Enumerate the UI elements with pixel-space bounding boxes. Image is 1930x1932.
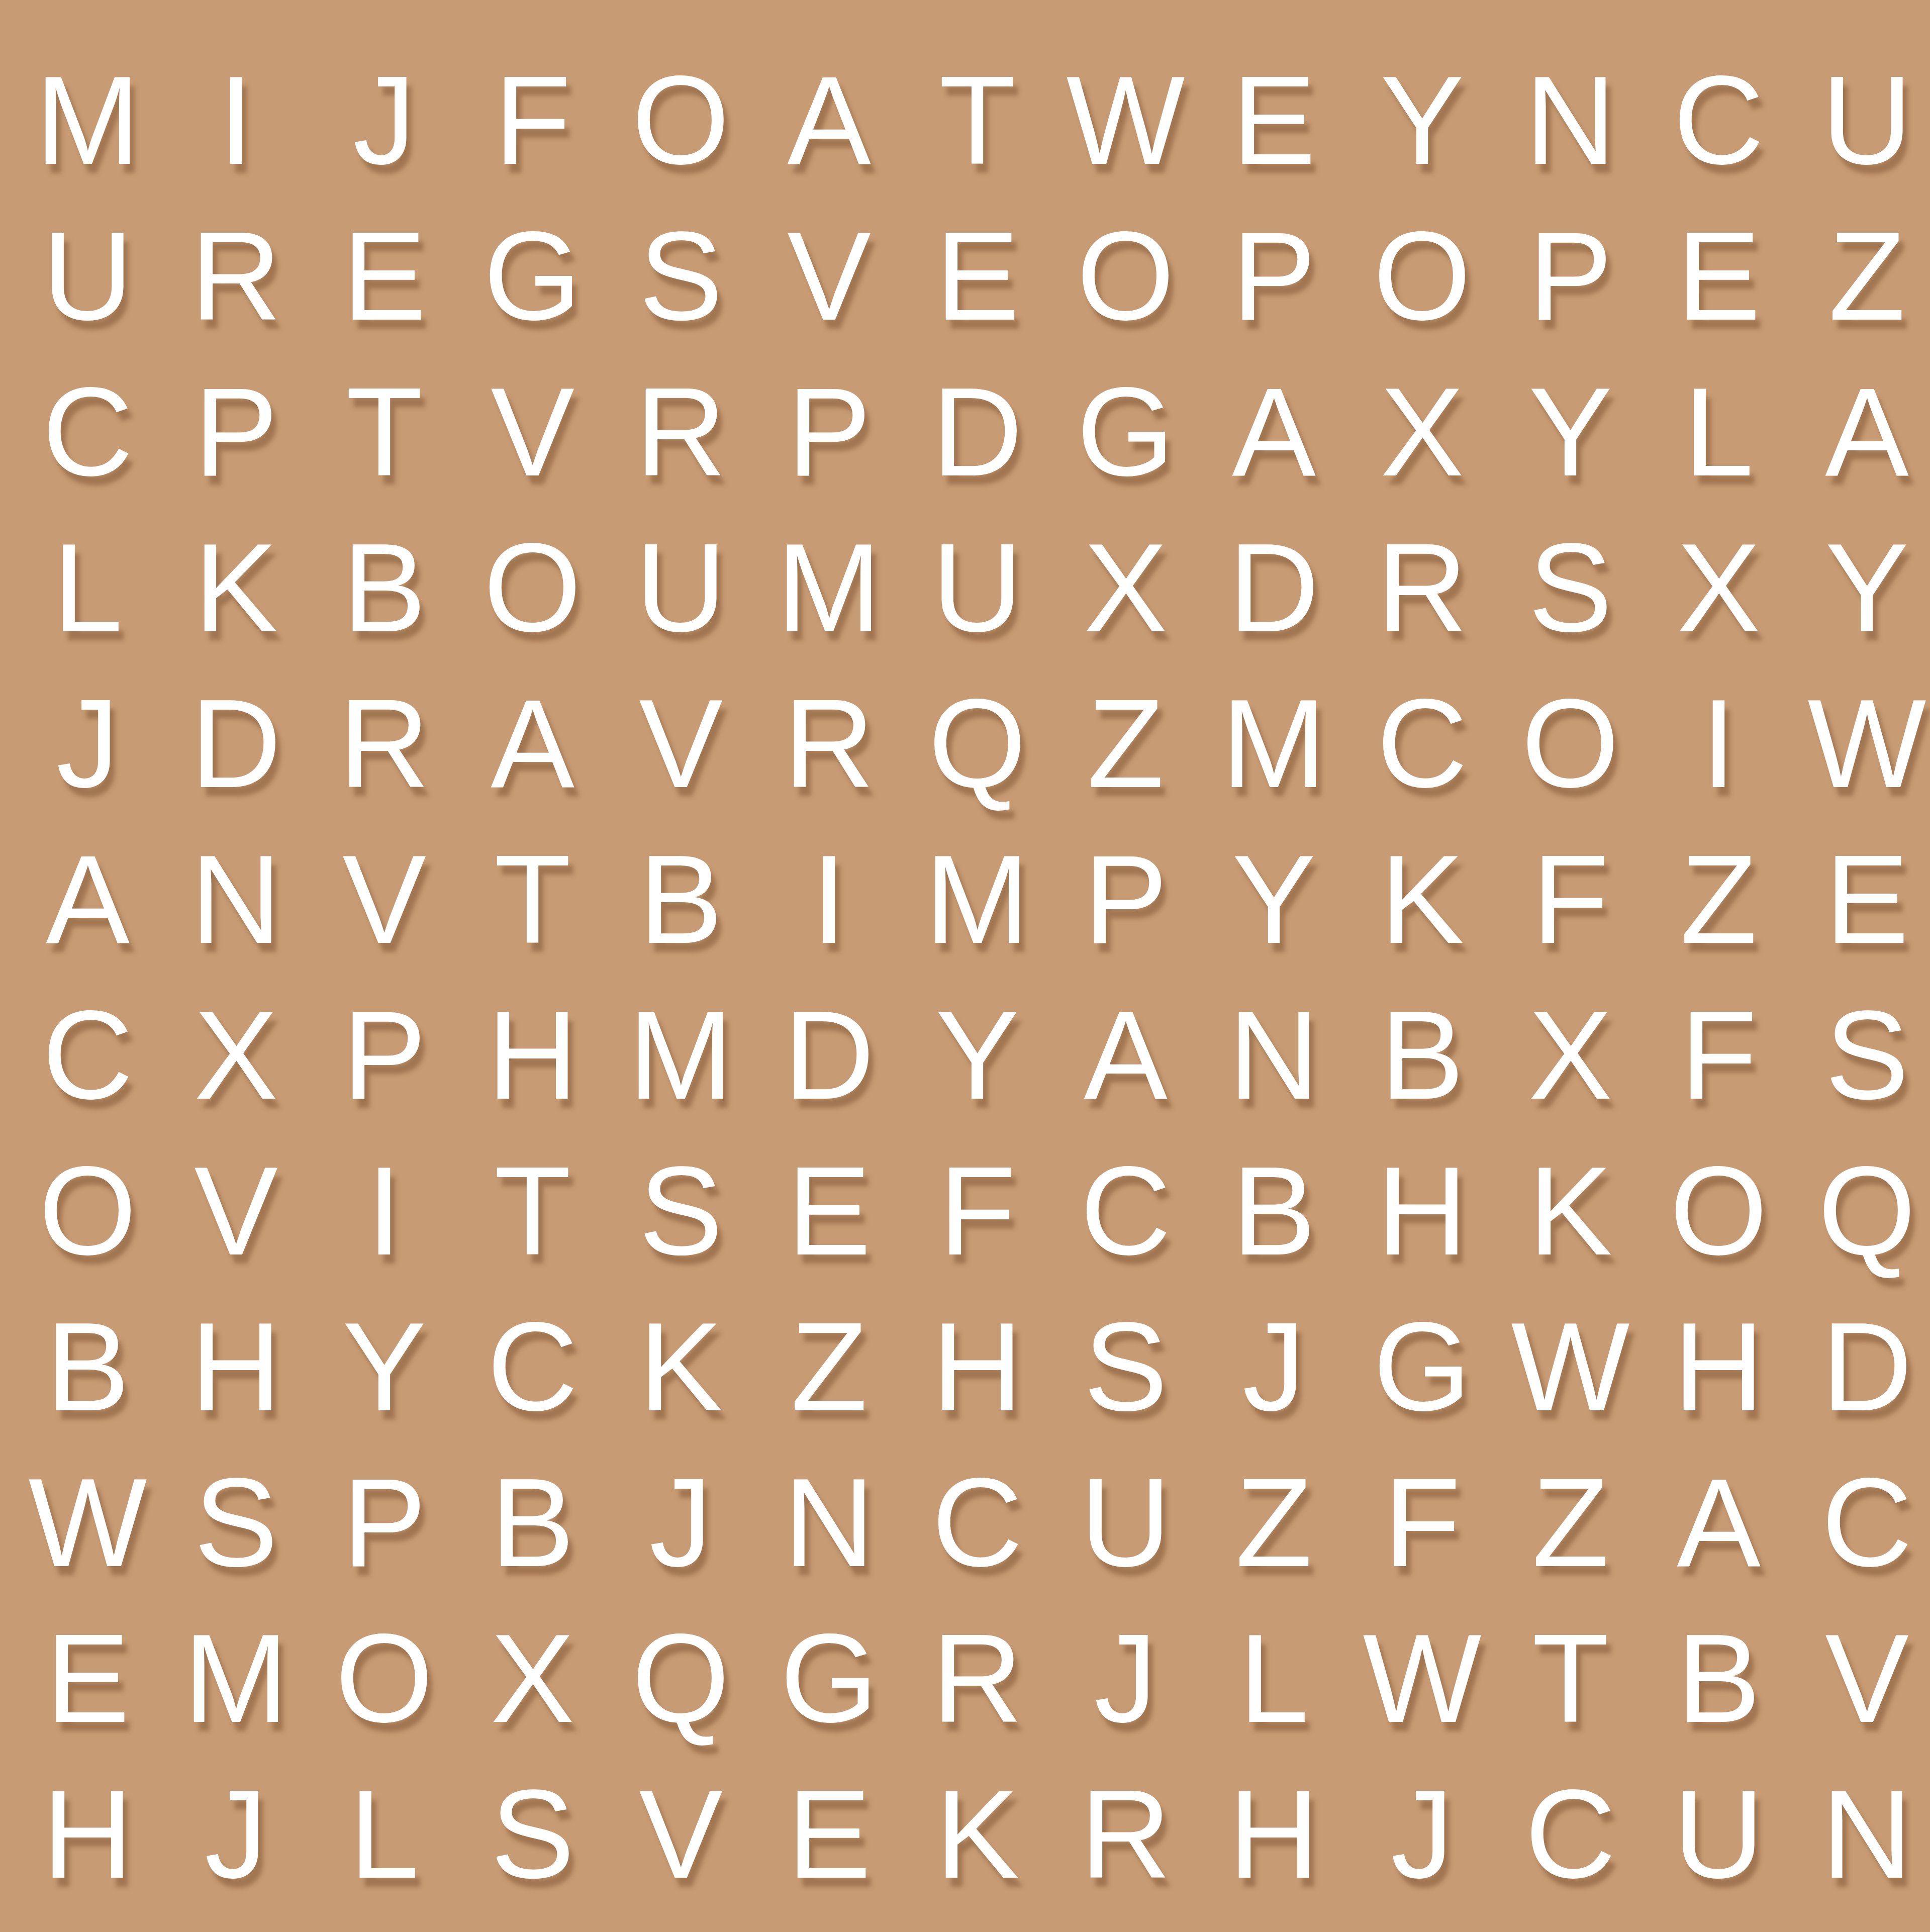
letter-cell-r1c4[interactable]: F — [458, 43, 607, 199]
letter-cell-r4c6[interactable]: M — [755, 510, 903, 666]
letter-cell-r10c4[interactable]: B — [458, 1445, 607, 1601]
letter-cell-r10c12[interactable]: A — [1645, 1445, 1793, 1601]
letter-cell-r7c9[interactable]: N — [1200, 978, 1348, 1133]
letter-cell-r7c13[interactable]: S — [1793, 978, 1930, 1133]
letter-cell-r12c9[interactable]: H — [1200, 1757, 1348, 1912]
letter-cell-r3c2[interactable]: P — [162, 354, 310, 510]
letter-cell-r3c4[interactable]: V — [458, 354, 607, 510]
letter-cell-r6c10[interactable]: K — [1348, 822, 1496, 978]
letter-cell-r5c5[interactable]: V — [607, 666, 755, 822]
letter-cell-r4c2[interactable]: K — [162, 510, 310, 666]
letter-cell-r6c5[interactable]: B — [607, 822, 755, 978]
letter-cell-r6c6[interactable]: I — [755, 822, 903, 978]
letter-cell-r2c9[interactable]: P — [1200, 199, 1348, 354]
letter-cell-r5c9[interactable]: M — [1200, 666, 1348, 822]
letter-cell-r7c12[interactable]: F — [1645, 978, 1793, 1133]
letter-cell-r7c10[interactable]: B — [1348, 978, 1496, 1133]
letter-cell-r4c13[interactable]: Y — [1793, 510, 1930, 666]
letter-cell-r5c8[interactable]: Z — [1051, 666, 1200, 822]
letter-cell-r9c7[interactable]: H — [903, 1289, 1051, 1445]
letter-cell-r7c4[interactable]: H — [458, 978, 607, 1133]
letter-cell-r10c1[interactable]: W — [14, 1445, 162, 1601]
letter-cell-r9c4[interactable]: C — [458, 1289, 607, 1445]
letter-cell-r12c3[interactable]: L — [310, 1757, 458, 1912]
letter-cell-r3c3[interactable]: T — [310, 354, 458, 510]
letter-cell-r11c13[interactable]: V — [1793, 1601, 1930, 1757]
letter-cell-r1c13[interactable]: U — [1793, 43, 1930, 199]
letter-cell-r4c10[interactable]: R — [1348, 510, 1496, 666]
letter-cell-r3c13[interactable]: A — [1793, 354, 1930, 510]
letter-cell-r10c8[interactable]: U — [1051, 1445, 1200, 1601]
letter-cell-r11c6[interactable]: G — [755, 1601, 903, 1757]
letter-cell-r12c13[interactable]: N — [1793, 1757, 1930, 1912]
letter-cell-r4c1[interactable]: L — [14, 510, 162, 666]
letter-cell-r1c7[interactable]: T — [903, 43, 1051, 199]
letter-cell-r6c1[interactable]: A — [14, 822, 162, 978]
letter-cell-r5c6[interactable]: R — [755, 666, 903, 822]
letter-cell-r3c7[interactable]: D — [903, 354, 1051, 510]
letter-cell-r8c13[interactable]: Q — [1793, 1133, 1930, 1289]
letter-cell-r10c10[interactable]: F — [1348, 1445, 1496, 1601]
letter-cell-r12c8[interactable]: R — [1051, 1757, 1200, 1912]
letter-cell-r6c9[interactable]: Y — [1200, 822, 1348, 978]
letter-cell-r1c10[interactable]: Y — [1348, 43, 1496, 199]
letter-cell-r1c9[interactable]: E — [1200, 43, 1348, 199]
letter-cell-r5c12[interactable]: I — [1645, 666, 1793, 822]
letter-cell-r5c2[interactable]: D — [162, 666, 310, 822]
letter-cell-r11c7[interactable]: R — [903, 1601, 1051, 1757]
letter-cell-r7c1[interactable]: C — [14, 978, 162, 1133]
letter-cell-r4c8[interactable]: X — [1051, 510, 1200, 666]
letter-cell-r9c11[interactable]: W — [1496, 1289, 1645, 1445]
letter-cell-r6c13[interactable]: E — [1793, 822, 1930, 978]
letter-cell-r5c4[interactable]: A — [458, 666, 607, 822]
letter-cell-r3c9[interactable]: A — [1200, 354, 1348, 510]
letter-cell-r1c5[interactable]: O — [607, 43, 755, 199]
letter-cell-r1c2[interactable]: I — [162, 43, 310, 199]
letter-cell-r9c6[interactable]: Z — [755, 1289, 903, 1445]
letter-cell-r9c13[interactable]: D — [1793, 1289, 1930, 1445]
letter-cell-r7c7[interactable]: Y — [903, 978, 1051, 1133]
letter-cell-r1c12[interactable]: C — [1645, 43, 1793, 199]
letter-cell-r5c13[interactable]: W — [1793, 666, 1930, 822]
letter-cell-r9c1[interactable]: B — [14, 1289, 162, 1445]
letter-cell-r12c5[interactable]: V — [607, 1757, 755, 1912]
letter-cell-r3c5[interactable]: R — [607, 354, 755, 510]
letter-cell-r3c6[interactable]: P — [755, 354, 903, 510]
letter-cell-r8c1[interactable]: O — [14, 1133, 162, 1289]
letter-cell-r2c2[interactable]: R — [162, 199, 310, 354]
letter-cell-r12c10[interactable]: J — [1348, 1757, 1496, 1912]
letter-cell-r6c12[interactable]: Z — [1645, 822, 1793, 978]
word-search-board: MIJFOATWEYNCUUREGSVEOPOPEZCPTVRPDGAXYLAL… — [0, 0, 1930, 1932]
letter-cell-r8c4[interactable]: T — [458, 1133, 607, 1289]
letter-cell-r7c11[interactable]: X — [1496, 978, 1645, 1133]
letter-cell-r12c12[interactable]: U — [1645, 1757, 1793, 1912]
letter-cell-r10c3[interactable]: P — [310, 1445, 458, 1601]
letter-cell-r4c7[interactable]: U — [903, 510, 1051, 666]
letter-cell-r5c1[interactable]: J — [14, 666, 162, 822]
letter-cell-r9c10[interactable]: G — [1348, 1289, 1496, 1445]
letter-cell-r12c2[interactable]: J — [162, 1757, 310, 1912]
letter-cell-r8c9[interactable]: B — [1200, 1133, 1348, 1289]
letter-cell-r1c6[interactable]: A — [755, 43, 903, 199]
letter-cell-r11c5[interactable]: Q — [607, 1601, 755, 1757]
letter-cell-r2c7[interactable]: E — [903, 199, 1051, 354]
letter-cell-r8c2[interactable]: V — [162, 1133, 310, 1289]
letter-grid: MIJFOATWEYNCUUREGSVEOPOPEZCPTVRPDGAXYLAL… — [0, 0, 1930, 1912]
letter-cell-r3c12[interactable]: L — [1645, 354, 1793, 510]
letter-cell-r4c9[interactable]: D — [1200, 510, 1348, 666]
letter-cell-r11c2[interactable]: M — [162, 1601, 310, 1757]
letter-cell-r2c5[interactable]: S — [607, 199, 755, 354]
letter-cell-r5c10[interactable]: C — [1348, 666, 1496, 822]
letter-cell-r2c13[interactable]: Z — [1793, 199, 1930, 354]
letter-cell-r4c3[interactable]: B — [310, 510, 458, 666]
letter-cell-r9c2[interactable]: H — [162, 1289, 310, 1445]
letter-cell-r8c8[interactable]: C — [1051, 1133, 1200, 1289]
letter-cell-r8c12[interactable]: O — [1645, 1133, 1793, 1289]
letter-cell-r9c3[interactable]: Y — [310, 1289, 458, 1445]
letter-cell-r2c11[interactable]: P — [1496, 199, 1645, 354]
letter-cell-r9c5[interactable]: K — [607, 1289, 755, 1445]
letter-cell-r4c11[interactable]: S — [1496, 510, 1645, 666]
letter-cell-r5c7[interactable]: Q — [903, 666, 1051, 822]
letter-cell-r12c1[interactable]: H — [14, 1757, 162, 1912]
letter-cell-r9c9[interactable]: J — [1200, 1289, 1348, 1445]
letter-cell-r6c2[interactable]: N — [162, 822, 310, 978]
letter-cell-r9c12[interactable]: H — [1645, 1289, 1793, 1445]
letter-cell-r3c8[interactable]: G — [1051, 354, 1200, 510]
letter-cell-r10c2[interactable]: S — [162, 1445, 310, 1601]
letter-cell-r7c2[interactable]: X — [162, 978, 310, 1133]
letter-cell-r11c3[interactable]: O — [310, 1601, 458, 1757]
letter-cell-r10c11[interactable]: Z — [1496, 1445, 1645, 1601]
letter-cell-r12c7[interactable]: K — [903, 1757, 1051, 1912]
letter-cell-r8c10[interactable]: H — [1348, 1133, 1496, 1289]
letter-cell-r7c3[interactable]: P — [310, 978, 458, 1133]
letter-cell-r8c11[interactable]: K — [1496, 1133, 1645, 1289]
letter-cell-r2c4[interactable]: G — [458, 199, 607, 354]
letter-cell-r11c4[interactable]: X — [458, 1601, 607, 1757]
letter-cell-r10c6[interactable]: N — [755, 1445, 903, 1601]
letter-cell-r7c6[interactable]: D — [755, 978, 903, 1133]
letter-cell-r4c12[interactable]: X — [1645, 510, 1793, 666]
letter-cell-r6c7[interactable]: M — [903, 822, 1051, 978]
letter-cell-r1c8[interactable]: W — [1051, 43, 1200, 199]
letter-cell-r12c4[interactable]: S — [458, 1757, 607, 1912]
letter-cell-r7c5[interactable]: M — [607, 978, 755, 1133]
letter-cell-r12c11[interactable]: C — [1496, 1757, 1645, 1912]
letter-cell-r2c3[interactable]: E — [310, 199, 458, 354]
letter-cell-r1c3[interactable]: J — [310, 43, 458, 199]
letter-cell-r10c7[interactable]: C — [903, 1445, 1051, 1601]
letter-cell-r8c7[interactable]: F — [903, 1133, 1051, 1289]
letter-cell-r2c1[interactable]: U — [14, 199, 162, 354]
letter-cell-r2c12[interactable]: E — [1645, 199, 1793, 354]
letter-cell-r9c8[interactable]: S — [1051, 1289, 1200, 1445]
letter-cell-r8c6[interactable]: E — [755, 1133, 903, 1289]
letter-cell-r8c5[interactable]: S — [607, 1133, 755, 1289]
letter-cell-r3c11[interactable]: Y — [1496, 354, 1645, 510]
letter-cell-r2c8[interactable]: O — [1051, 199, 1200, 354]
letter-cell-r6c4[interactable]: T — [458, 822, 607, 978]
letter-cell-r4c4[interactable]: O — [458, 510, 607, 666]
letter-cell-r6c3[interactable]: V — [310, 822, 458, 978]
letter-cell-r2c6[interactable]: V — [755, 199, 903, 354]
letter-cell-r3c10[interactable]: X — [1348, 354, 1496, 510]
letter-cell-r11c9[interactable]: L — [1200, 1601, 1348, 1757]
letter-cell-r4c5[interactable]: U — [607, 510, 755, 666]
letter-cell-r1c11[interactable]: N — [1496, 43, 1645, 199]
letter-cell-r2c10[interactable]: O — [1348, 199, 1496, 354]
letter-cell-r6c11[interactable]: F — [1496, 822, 1645, 978]
letter-cell-r11c12[interactable]: B — [1645, 1601, 1793, 1757]
letter-cell-r5c11[interactable]: O — [1496, 666, 1645, 822]
letter-cell-r8c3[interactable]: I — [310, 1133, 458, 1289]
letter-cell-r10c5[interactable]: J — [607, 1445, 755, 1601]
letter-cell-r3c1[interactable]: C — [14, 354, 162, 510]
letter-cell-r11c8[interactable]: J — [1051, 1601, 1200, 1757]
letter-cell-r10c9[interactable]: Z — [1200, 1445, 1348, 1601]
letter-cell-r11c10[interactable]: W — [1348, 1601, 1496, 1757]
letter-cell-r10c13[interactable]: C — [1793, 1445, 1930, 1601]
letter-cell-r1c1[interactable]: M — [14, 43, 162, 199]
letter-cell-r6c8[interactable]: P — [1051, 822, 1200, 978]
letter-cell-r11c11[interactable]: T — [1496, 1601, 1645, 1757]
letter-cell-r7c8[interactable]: A — [1051, 978, 1200, 1133]
letter-cell-r12c6[interactable]: E — [755, 1757, 903, 1912]
letter-cell-r5c3[interactable]: R — [310, 666, 458, 822]
letter-cell-r11c1[interactable]: E — [14, 1601, 162, 1757]
